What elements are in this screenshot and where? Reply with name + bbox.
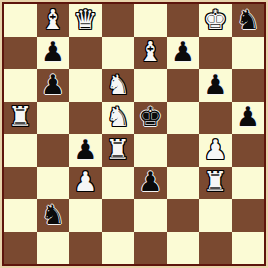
white-rook-icon: ♜	[203, 168, 227, 195]
white-knight-icon: ♞	[106, 71, 130, 98]
black-pawn-icon: ♟	[41, 71, 65, 98]
square-b8[interactable]: ♝	[37, 4, 70, 37]
square-e5[interactable]: ♚	[134, 102, 167, 135]
square-c1[interactable]	[69, 232, 102, 265]
square-d1[interactable]	[102, 232, 135, 265]
square-c2[interactable]	[69, 199, 102, 232]
square-h7[interactable]	[232, 37, 265, 70]
square-c4[interactable]: ♟	[69, 134, 102, 167]
white-knight-icon: ♞	[106, 103, 130, 130]
square-b5[interactable]	[37, 102, 70, 135]
square-e2[interactable]	[134, 199, 167, 232]
square-a1[interactable]	[4, 232, 37, 265]
square-b4[interactable]	[37, 134, 70, 167]
black-knight-icon: ♞	[41, 201, 65, 228]
white-bishop-icon: ♝	[41, 6, 65, 33]
square-c6[interactable]	[69, 69, 102, 102]
square-h6[interactable]	[232, 69, 265, 102]
square-e6[interactable]	[134, 69, 167, 102]
board-frame: ♝♛♚♞♟♝♟♟♞♟♜♞♚♟♟♜♟♟♟♜♞	[0, 0, 268, 268]
square-f4[interactable]	[167, 134, 200, 167]
square-b6[interactable]: ♟	[37, 69, 70, 102]
black-pawn-icon: ♟	[73, 136, 97, 163]
square-g4[interactable]: ♟	[199, 134, 232, 167]
square-c5[interactable]	[69, 102, 102, 135]
square-e7[interactable]: ♝	[134, 37, 167, 70]
square-d6[interactable]: ♞	[102, 69, 135, 102]
square-b2[interactable]: ♞	[37, 199, 70, 232]
square-c7[interactable]	[69, 37, 102, 70]
square-d3[interactable]	[102, 167, 135, 200]
square-b1[interactable]	[37, 232, 70, 265]
square-b3[interactable]	[37, 167, 70, 200]
square-a7[interactable]	[4, 37, 37, 70]
black-pawn-icon: ♟	[236, 103, 260, 130]
square-a4[interactable]	[4, 134, 37, 167]
square-e4[interactable]	[134, 134, 167, 167]
board-border: ♝♛♚♞♟♝♟♟♞♟♜♞♚♟♟♜♟♟♟♜♞	[2, 2, 266, 266]
square-g6[interactable]: ♟	[199, 69, 232, 102]
square-h4[interactable]	[232, 134, 265, 167]
square-g5[interactable]	[199, 102, 232, 135]
white-pawn-icon: ♟	[203, 136, 227, 163]
white-rook-icon: ♜	[8, 103, 32, 130]
square-h1[interactable]	[232, 232, 265, 265]
square-d2[interactable]	[102, 199, 135, 232]
square-f6[interactable]	[167, 69, 200, 102]
square-c8[interactable]: ♛	[69, 4, 102, 37]
square-d4[interactable]: ♜	[102, 134, 135, 167]
black-pawn-icon: ♟	[138, 168, 162, 195]
square-d5[interactable]: ♞	[102, 102, 135, 135]
square-g7[interactable]	[199, 37, 232, 70]
square-c3[interactable]: ♟	[69, 167, 102, 200]
black-pawn-icon: ♟	[41, 38, 65, 65]
white-rook-icon: ♜	[106, 136, 130, 163]
square-e1[interactable]	[134, 232, 167, 265]
white-pawn-icon: ♟	[73, 168, 97, 195]
square-f2[interactable]	[167, 199, 200, 232]
square-g1[interactable]	[199, 232, 232, 265]
white-bishop-icon: ♝	[138, 38, 162, 65]
square-h8[interactable]: ♞	[232, 4, 265, 37]
black-knight-icon: ♞	[236, 6, 260, 33]
black-king-icon: ♚	[138, 103, 162, 130]
square-g2[interactable]	[199, 199, 232, 232]
square-a6[interactable]	[4, 69, 37, 102]
square-f3[interactable]	[167, 167, 200, 200]
square-a2[interactable]	[4, 199, 37, 232]
square-g8[interactable]: ♚	[199, 4, 232, 37]
square-h3[interactable]	[232, 167, 265, 200]
square-f7[interactable]: ♟	[167, 37, 200, 70]
square-e3[interactable]: ♟	[134, 167, 167, 200]
square-a8[interactable]	[4, 4, 37, 37]
square-f8[interactable]	[167, 4, 200, 37]
square-d8[interactable]	[102, 4, 135, 37]
white-queen-icon: ♛	[73, 6, 97, 33]
square-h2[interactable]	[232, 199, 265, 232]
chess-board: ♝♛♚♞♟♝♟♟♞♟♜♞♚♟♟♜♟♟♟♜♞	[4, 4, 264, 264]
square-f5[interactable]	[167, 102, 200, 135]
white-king-icon: ♚	[203, 6, 227, 33]
square-a5[interactable]: ♜	[4, 102, 37, 135]
square-e8[interactable]	[134, 4, 167, 37]
square-d7[interactable]	[102, 37, 135, 70]
square-a3[interactable]	[4, 167, 37, 200]
square-g3[interactable]: ♜	[199, 167, 232, 200]
square-h5[interactable]: ♟	[232, 102, 265, 135]
square-f1[interactable]	[167, 232, 200, 265]
square-b7[interactable]: ♟	[37, 37, 70, 70]
black-pawn-icon: ♟	[203, 71, 227, 98]
black-pawn-icon: ♟	[171, 38, 195, 65]
